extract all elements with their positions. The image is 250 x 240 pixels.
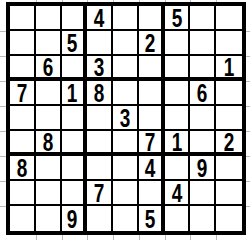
grid-tick [246,56,250,57]
cell-r4c1[interactable]: 7 [10,81,36,106]
given-digit: 7 [94,181,105,206]
cell-r7c6[interactable]: 4 [139,156,165,181]
grid-tick [246,181,250,182]
grid-tick [0,131,6,132]
grid-tick [36,235,37,240]
given-digit: 6 [42,56,53,80]
given-digit: 3 [94,56,105,80]
cell-r9c6[interactable]: 5 [139,206,165,231]
cell-r7c1[interactable]: 8 [10,156,36,181]
cell-r8c8[interactable] [190,181,216,206]
given-digit: 1 [171,131,182,155]
cell-r5c1[interactable] [10,106,36,131]
grid-tick [246,106,250,107]
grid-tick [0,81,6,82]
grid-tick [0,31,6,32]
cell-r7c9[interactable] [216,156,242,181]
grid-tick [0,181,6,182]
given-digit: 7 [144,131,155,155]
cell-r6c1[interactable] [10,131,36,156]
given-digit: 8 [42,131,53,155]
cell-r8c7[interactable]: 4 [165,181,191,206]
sudoku-page: 45526317186387128497495 [0,0,250,240]
cell-r3c6[interactable] [139,56,165,81]
cell-r8c5[interactable] [113,181,139,206]
grid-tick [62,0,63,2]
cell-r5c3[interactable] [62,106,88,131]
cell-r1c7[interactable]: 5 [165,6,191,31]
grid-tick [113,0,114,2]
cell-r5c4[interactable] [87,106,113,131]
cell-r2c6[interactable]: 2 [139,31,165,56]
grid-tick [0,156,6,157]
cell-r2c1[interactable] [10,31,36,56]
cell-r3c4[interactable]: 3 [87,56,113,81]
cell-r9c5[interactable] [113,206,139,231]
cell-r6c2[interactable]: 8 [36,131,62,156]
given-digit: 5 [144,206,155,231]
cell-r9c7[interactable] [165,206,191,231]
cell-r4c4[interactable]: 8 [87,81,113,106]
cell-r6c3[interactable] [62,131,88,156]
sudoku-board: 45526317186387128497495 [6,2,246,235]
given-digit: 1 [224,56,235,80]
given-digit: 2 [224,131,235,155]
cell-r5c9[interactable] [216,106,242,131]
cell-r1c6[interactable] [139,6,165,31]
cell-r5c6[interactable] [139,106,165,131]
grid-tick [0,56,6,57]
cell-r9c1[interactable] [10,206,36,231]
cell-r1c4[interactable]: 4 [87,6,113,31]
cell-r1c5[interactable] [113,6,139,31]
cell-r1c3[interactable] [62,6,88,31]
cell-r1c1[interactable] [10,6,36,31]
cell-r7c5[interactable] [113,156,139,181]
cell-r4c9[interactable] [216,81,242,106]
given-digit: 7 [17,81,28,106]
cell-r9c8[interactable] [190,206,216,231]
cell-r6c8[interactable] [190,131,216,156]
cell-r3c7[interactable] [165,56,191,81]
cell-r4c6[interactable] [139,81,165,106]
given-digit: 9 [67,206,78,231]
grid-tick [62,235,63,240]
cell-r8c1[interactable] [10,181,36,206]
cell-r8c4[interactable]: 7 [87,181,113,206]
grid-tick [246,31,250,32]
grid-tick [165,235,166,240]
cell-r3c8[interactable] [190,56,216,81]
cell-r1c8[interactable] [190,6,216,31]
cell-r7c7[interactable] [165,156,191,181]
grid-tick [36,0,37,2]
cell-r2c2[interactable] [36,31,62,56]
cell-r6c4[interactable] [87,131,113,156]
given-digit: 6 [197,81,208,106]
given-digit: 8 [17,156,28,181]
cell-r6c5[interactable] [113,131,139,156]
cell-r4c8[interactable]: 6 [190,81,216,106]
grid-tick [246,81,250,82]
given-digit: 8 [94,81,105,106]
grid-tick [0,106,6,107]
cell-r2c5[interactable] [113,31,139,56]
given-digit: 9 [197,156,208,181]
cell-r6c9[interactable]: 2 [216,131,242,156]
cell-r8c2[interactable] [36,181,62,206]
cell-r2c7[interactable] [165,31,191,56]
grid-tick [165,0,166,2]
cell-r3c3[interactable] [62,56,88,81]
grid-tick [216,235,217,240]
given-digit: 1 [67,81,78,106]
cell-r2c4[interactable] [87,31,113,56]
grid-tick [113,235,114,240]
cell-r5c8[interactable] [190,106,216,131]
cell-r2c8[interactable] [190,31,216,56]
cell-r3c2[interactable]: 6 [36,56,62,81]
cell-r4c7[interactable] [165,81,191,106]
cell-r4c5[interactable] [113,81,139,106]
cell-r9c4[interactable] [87,206,113,231]
grid-tick [139,0,140,2]
cell-r4c2[interactable] [36,81,62,106]
cell-r3c9[interactable]: 1 [216,56,242,81]
cell-r1c2[interactable] [36,6,62,31]
cell-r9c2[interactable] [36,206,62,231]
given-digit: 5 [171,6,182,31]
cell-r3c5[interactable] [113,56,139,81]
cell-r5c7[interactable] [165,106,191,131]
cell-r8c3[interactable] [62,181,88,206]
cell-r5c5[interactable]: 3 [113,106,139,131]
grid-tick [0,206,6,207]
grid-tick [87,0,88,2]
given-digit: 4 [144,156,155,181]
grid-tick [216,0,217,2]
cell-r7c2[interactable] [36,156,62,181]
grid-tick [190,235,191,240]
cell-r5c2[interactable] [36,106,62,131]
cell-r9c9[interactable] [216,206,242,231]
cell-r2c3[interactable]: 5 [62,31,88,56]
grid-tick [139,235,140,240]
given-digit: 3 [120,106,131,131]
given-digit: 5 [67,31,78,56]
cell-r8c6[interactable] [139,181,165,206]
grid-tick [190,0,191,2]
cell-r9c3[interactable]: 9 [62,206,88,231]
cell-r1c9[interactable] [216,6,242,31]
cell-r6c6[interactable]: 7 [139,131,165,156]
given-digit: 2 [144,31,155,56]
cell-r7c3[interactable] [62,156,88,181]
grid-tick [246,131,250,132]
cell-r2c9[interactable] [216,31,242,56]
cell-r7c8[interactable]: 9 [190,156,216,181]
given-digit: 4 [171,181,182,206]
given-digit: 4 [94,6,105,31]
cell-r3c1[interactable] [10,56,36,81]
cell-r7c4[interactable] [87,156,113,181]
grid-tick [246,206,250,207]
cell-r4c3[interactable]: 1 [62,81,88,106]
cell-r6c7[interactable]: 1 [165,131,191,156]
grid-tick [87,235,88,240]
grid-tick [246,156,250,157]
cell-r8c9[interactable] [216,181,242,206]
